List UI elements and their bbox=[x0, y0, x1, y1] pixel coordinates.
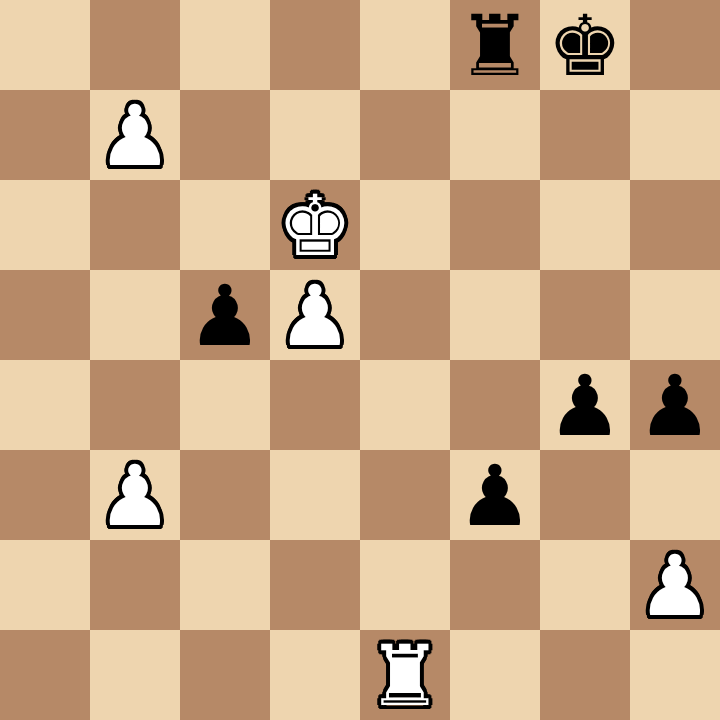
square-h2[interactable]: ♟ bbox=[630, 540, 720, 630]
square-e3[interactable] bbox=[360, 450, 450, 540]
square-d6[interactable]: ♚ bbox=[270, 180, 360, 270]
square-d8[interactable] bbox=[270, 0, 360, 90]
square-f6[interactable] bbox=[450, 180, 540, 270]
white-pawn[interactable]: ♟ bbox=[637, 541, 712, 631]
square-h3[interactable] bbox=[630, 450, 720, 540]
square-e5[interactable] bbox=[360, 270, 450, 360]
square-d7[interactable] bbox=[270, 90, 360, 180]
square-e7[interactable] bbox=[360, 90, 450, 180]
white-pawn[interactable]: ♟ bbox=[97, 91, 172, 181]
square-c1[interactable] bbox=[180, 630, 270, 720]
white-rook[interactable]: ♜ bbox=[367, 631, 442, 720]
square-c8[interactable] bbox=[180, 0, 270, 90]
white-king[interactable]: ♚ bbox=[277, 181, 352, 271]
square-d5[interactable]: ♟ bbox=[270, 270, 360, 360]
square-f2[interactable] bbox=[450, 540, 540, 630]
square-e2[interactable] bbox=[360, 540, 450, 630]
black-pawn[interactable]: ♟ bbox=[457, 451, 532, 541]
square-c6[interactable] bbox=[180, 180, 270, 270]
black-pawn[interactable]: ♟ bbox=[187, 271, 262, 361]
square-g3[interactable] bbox=[540, 450, 630, 540]
square-b1[interactable] bbox=[90, 630, 180, 720]
square-a3[interactable] bbox=[0, 450, 90, 540]
square-b7[interactable]: ♟ bbox=[90, 90, 180, 180]
square-f4[interactable] bbox=[450, 360, 540, 450]
square-g5[interactable] bbox=[540, 270, 630, 360]
square-a7[interactable] bbox=[0, 90, 90, 180]
square-h8[interactable] bbox=[630, 0, 720, 90]
square-c7[interactable] bbox=[180, 90, 270, 180]
square-d2[interactable] bbox=[270, 540, 360, 630]
white-pawn[interactable]: ♟ bbox=[277, 271, 352, 361]
square-a5[interactable] bbox=[0, 270, 90, 360]
square-c4[interactable] bbox=[180, 360, 270, 450]
square-e6[interactable] bbox=[360, 180, 450, 270]
square-h4[interactable]: ♟ bbox=[630, 360, 720, 450]
square-e4[interactable] bbox=[360, 360, 450, 450]
square-f7[interactable] bbox=[450, 90, 540, 180]
square-h7[interactable] bbox=[630, 90, 720, 180]
square-b2[interactable] bbox=[90, 540, 180, 630]
square-b8[interactable] bbox=[90, 0, 180, 90]
black-king[interactable]: ♚ bbox=[547, 1, 622, 91]
black-rook[interactable]: ♜ bbox=[457, 1, 532, 91]
square-f1[interactable] bbox=[450, 630, 540, 720]
black-pawn[interactable]: ♟ bbox=[637, 361, 712, 451]
square-a4[interactable] bbox=[0, 360, 90, 450]
square-a8[interactable] bbox=[0, 0, 90, 90]
square-e1[interactable]: ♜ bbox=[360, 630, 450, 720]
square-g7[interactable] bbox=[540, 90, 630, 180]
square-b6[interactable] bbox=[90, 180, 180, 270]
square-g2[interactable] bbox=[540, 540, 630, 630]
square-d4[interactable] bbox=[270, 360, 360, 450]
square-b3[interactable]: ♟ bbox=[90, 450, 180, 540]
square-a1[interactable] bbox=[0, 630, 90, 720]
square-b5[interactable] bbox=[90, 270, 180, 360]
square-g1[interactable] bbox=[540, 630, 630, 720]
square-c5[interactable]: ♟ bbox=[180, 270, 270, 360]
square-a6[interactable] bbox=[0, 180, 90, 270]
square-h6[interactable] bbox=[630, 180, 720, 270]
chess-board: ♜♚♟♚♟♟♟♟♟♟♟♜ bbox=[0, 0, 720, 720]
square-d1[interactable] bbox=[270, 630, 360, 720]
square-e8[interactable] bbox=[360, 0, 450, 90]
square-f8[interactable]: ♜ bbox=[450, 0, 540, 90]
square-d3[interactable] bbox=[270, 450, 360, 540]
square-b4[interactable] bbox=[90, 360, 180, 450]
square-h1[interactable] bbox=[630, 630, 720, 720]
square-f3[interactable]: ♟ bbox=[450, 450, 540, 540]
square-c2[interactable] bbox=[180, 540, 270, 630]
square-h5[interactable] bbox=[630, 270, 720, 360]
white-pawn[interactable]: ♟ bbox=[97, 451, 172, 541]
square-g6[interactable] bbox=[540, 180, 630, 270]
square-f5[interactable] bbox=[450, 270, 540, 360]
square-c3[interactable] bbox=[180, 450, 270, 540]
square-g8[interactable]: ♚ bbox=[540, 0, 630, 90]
square-g4[interactable]: ♟ bbox=[540, 360, 630, 450]
square-a2[interactable] bbox=[0, 540, 90, 630]
black-pawn[interactable]: ♟ bbox=[547, 361, 622, 451]
